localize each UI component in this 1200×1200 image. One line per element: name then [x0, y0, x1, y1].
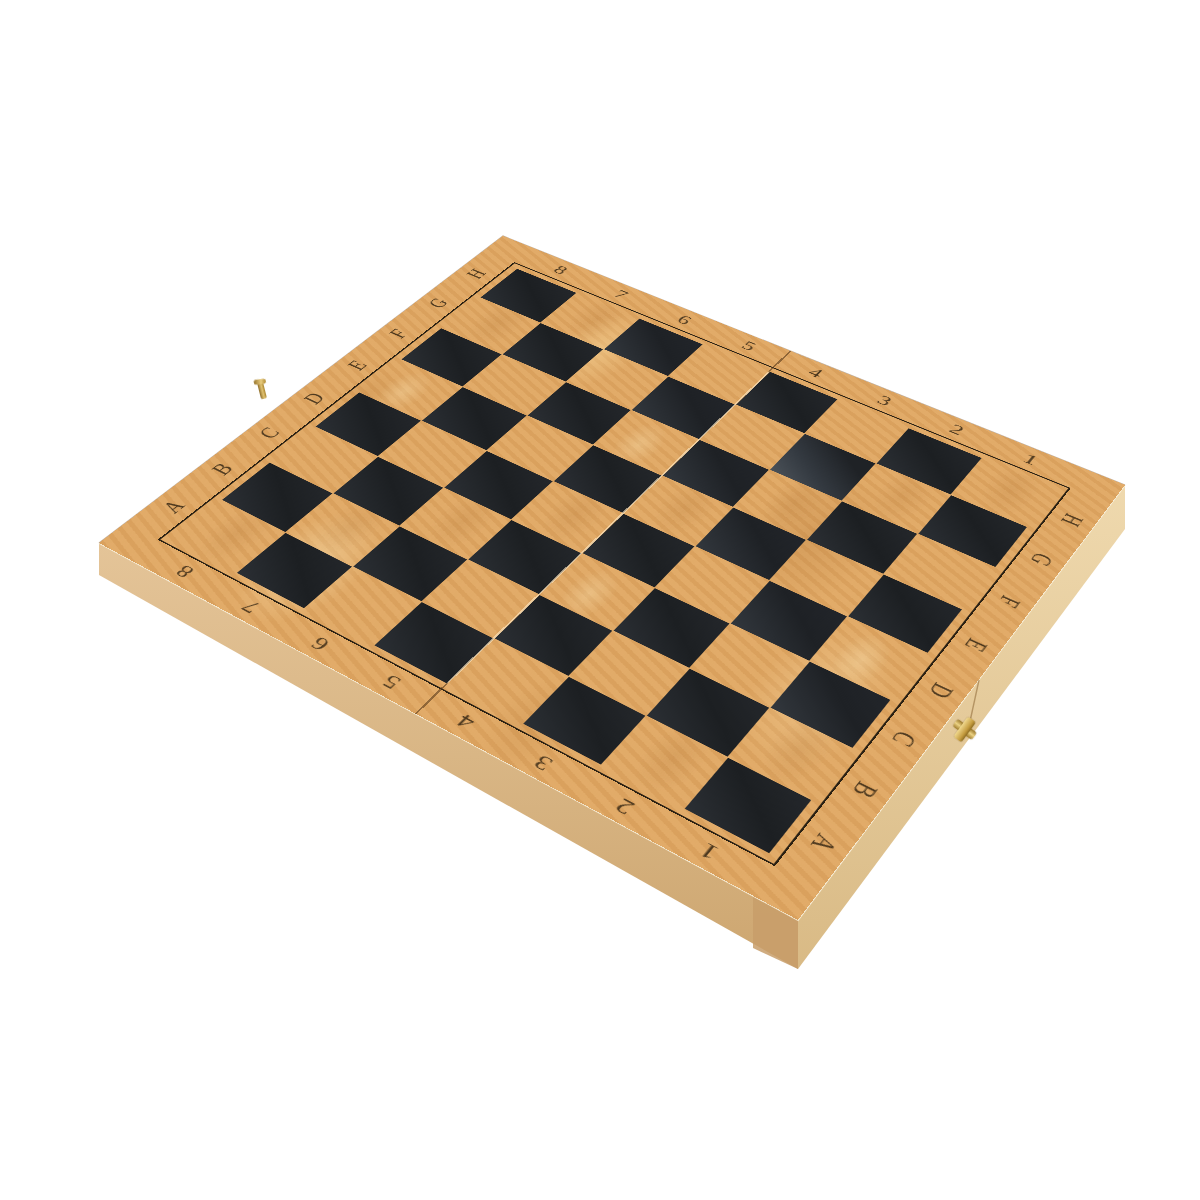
hinge-pin	[257, 382, 267, 400]
product-photo-scene: ABCDEFGH ABCDEFGH 87654321 87654321	[0, 0, 1200, 1200]
clasp-plate	[953, 716, 976, 742]
chess-board-top: ABCDEFGH ABCDEFGH 87654321 87654321	[99, 236, 1125, 920]
board-squares	[172, 269, 1057, 853]
clasp-hook	[952, 719, 977, 740]
